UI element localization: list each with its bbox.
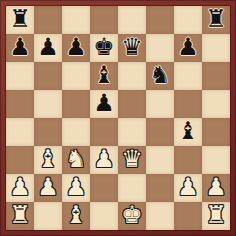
piece-black-bishop[interactable]: ♝ [177,117,199,145]
square-h4[interactable] [202,118,230,146]
square-b2[interactable]: ♟ [34,174,62,202]
square-g4[interactable]: ♝ [174,118,202,146]
square-a8[interactable]: ♜ [6,6,34,34]
square-c5[interactable] [62,90,90,118]
square-g7[interactable]: ♟ [174,34,202,62]
square-b4[interactable] [34,118,62,146]
square-f5[interactable] [146,90,174,118]
board-frame: ♜♜♟♟♟♚♛♟♝♞♟♝♝♞♟♛♟♟♟♟♟♜♝♚♜ [0,0,236,236]
square-h8[interactable]: ♜ [202,6,230,34]
square-e5[interactable] [118,90,146,118]
square-f3[interactable] [146,146,174,174]
piece-black-knight[interactable]: ♞ [149,61,171,89]
square-a5[interactable] [6,90,34,118]
square-h1[interactable]: ♜ [202,202,230,230]
square-g3[interactable] [174,146,202,174]
piece-white-pawn[interactable]: ♟ [93,145,115,173]
square-e4[interactable] [118,118,146,146]
square-b7[interactable]: ♟ [34,34,62,62]
square-b1[interactable] [34,202,62,230]
square-b5[interactable] [34,90,62,118]
square-f7[interactable] [146,34,174,62]
piece-white-pawn[interactable]: ♟ [205,173,227,201]
square-a3[interactable] [6,146,34,174]
square-e8[interactable] [118,6,146,34]
piece-white-queen[interactable]: ♛ [121,145,143,173]
square-c2[interactable]: ♟ [62,174,90,202]
chess-board: ♜♜♟♟♟♚♛♟♝♞♟♝♝♞♟♛♟♟♟♟♟♜♝♚♜ [6,6,230,230]
square-b6[interactable] [34,62,62,90]
square-f4[interactable] [146,118,174,146]
piece-white-pawn[interactable]: ♟ [37,173,59,201]
square-g2[interactable]: ♟ [174,174,202,202]
square-d6[interactable]: ♝ [90,62,118,90]
piece-white-king[interactable]: ♚ [121,201,143,229]
square-d7[interactable]: ♚ [90,34,118,62]
square-g8[interactable] [174,6,202,34]
square-g1[interactable] [174,202,202,230]
square-h2[interactable]: ♟ [202,174,230,202]
square-f2[interactable] [146,174,174,202]
square-h3[interactable] [202,146,230,174]
piece-black-pawn[interactable]: ♟ [37,33,59,61]
square-e6[interactable] [118,62,146,90]
piece-black-queen[interactable]: ♛ [121,33,143,61]
piece-black-rook[interactable]: ♜ [205,5,227,33]
piece-black-king[interactable]: ♚ [93,33,115,61]
square-a4[interactable] [6,118,34,146]
square-g6[interactable] [174,62,202,90]
square-c1[interactable]: ♝ [62,202,90,230]
square-e7[interactable]: ♛ [118,34,146,62]
square-d2[interactable] [90,174,118,202]
square-c3[interactable]: ♞ [62,146,90,174]
piece-black-bishop[interactable]: ♝ [93,61,115,89]
piece-white-pawn[interactable]: ♟ [177,173,199,201]
square-d3[interactable]: ♟ [90,146,118,174]
square-c8[interactable] [62,6,90,34]
piece-white-knight[interactable]: ♞ [65,145,87,173]
square-h6[interactable] [202,62,230,90]
square-c6[interactable] [62,62,90,90]
piece-white-bishop[interactable]: ♝ [65,201,87,229]
square-b8[interactable] [34,6,62,34]
square-h7[interactable] [202,34,230,62]
square-c7[interactable]: ♟ [62,34,90,62]
square-h5[interactable] [202,90,230,118]
square-d4[interactable] [90,118,118,146]
piece-white-pawn[interactable]: ♟ [9,173,31,201]
square-d5[interactable]: ♟ [90,90,118,118]
square-f1[interactable] [146,202,174,230]
square-d8[interactable] [90,6,118,34]
piece-black-rook[interactable]: ♜ [9,5,31,33]
piece-white-rook[interactable]: ♜ [9,201,31,229]
square-a7[interactable]: ♟ [6,34,34,62]
piece-white-rook[interactable]: ♜ [205,201,227,229]
piece-black-pawn[interactable]: ♟ [65,33,87,61]
square-f8[interactable] [146,6,174,34]
square-e3[interactable]: ♛ [118,146,146,174]
square-c4[interactable] [62,118,90,146]
square-e2[interactable] [118,174,146,202]
square-e1[interactable]: ♚ [118,202,146,230]
piece-black-pawn[interactable]: ♟ [9,33,31,61]
square-g5[interactable] [174,90,202,118]
square-a1[interactable]: ♜ [6,202,34,230]
square-a6[interactable] [6,62,34,90]
square-b3[interactable]: ♝ [34,146,62,174]
piece-black-pawn[interactable]: ♟ [177,33,199,61]
square-a2[interactable]: ♟ [6,174,34,202]
piece-white-bishop[interactable]: ♝ [37,145,59,173]
piece-black-pawn[interactable]: ♟ [93,89,115,117]
piece-white-pawn[interactable]: ♟ [65,173,87,201]
square-f6[interactable]: ♞ [146,62,174,90]
square-d1[interactable] [90,202,118,230]
